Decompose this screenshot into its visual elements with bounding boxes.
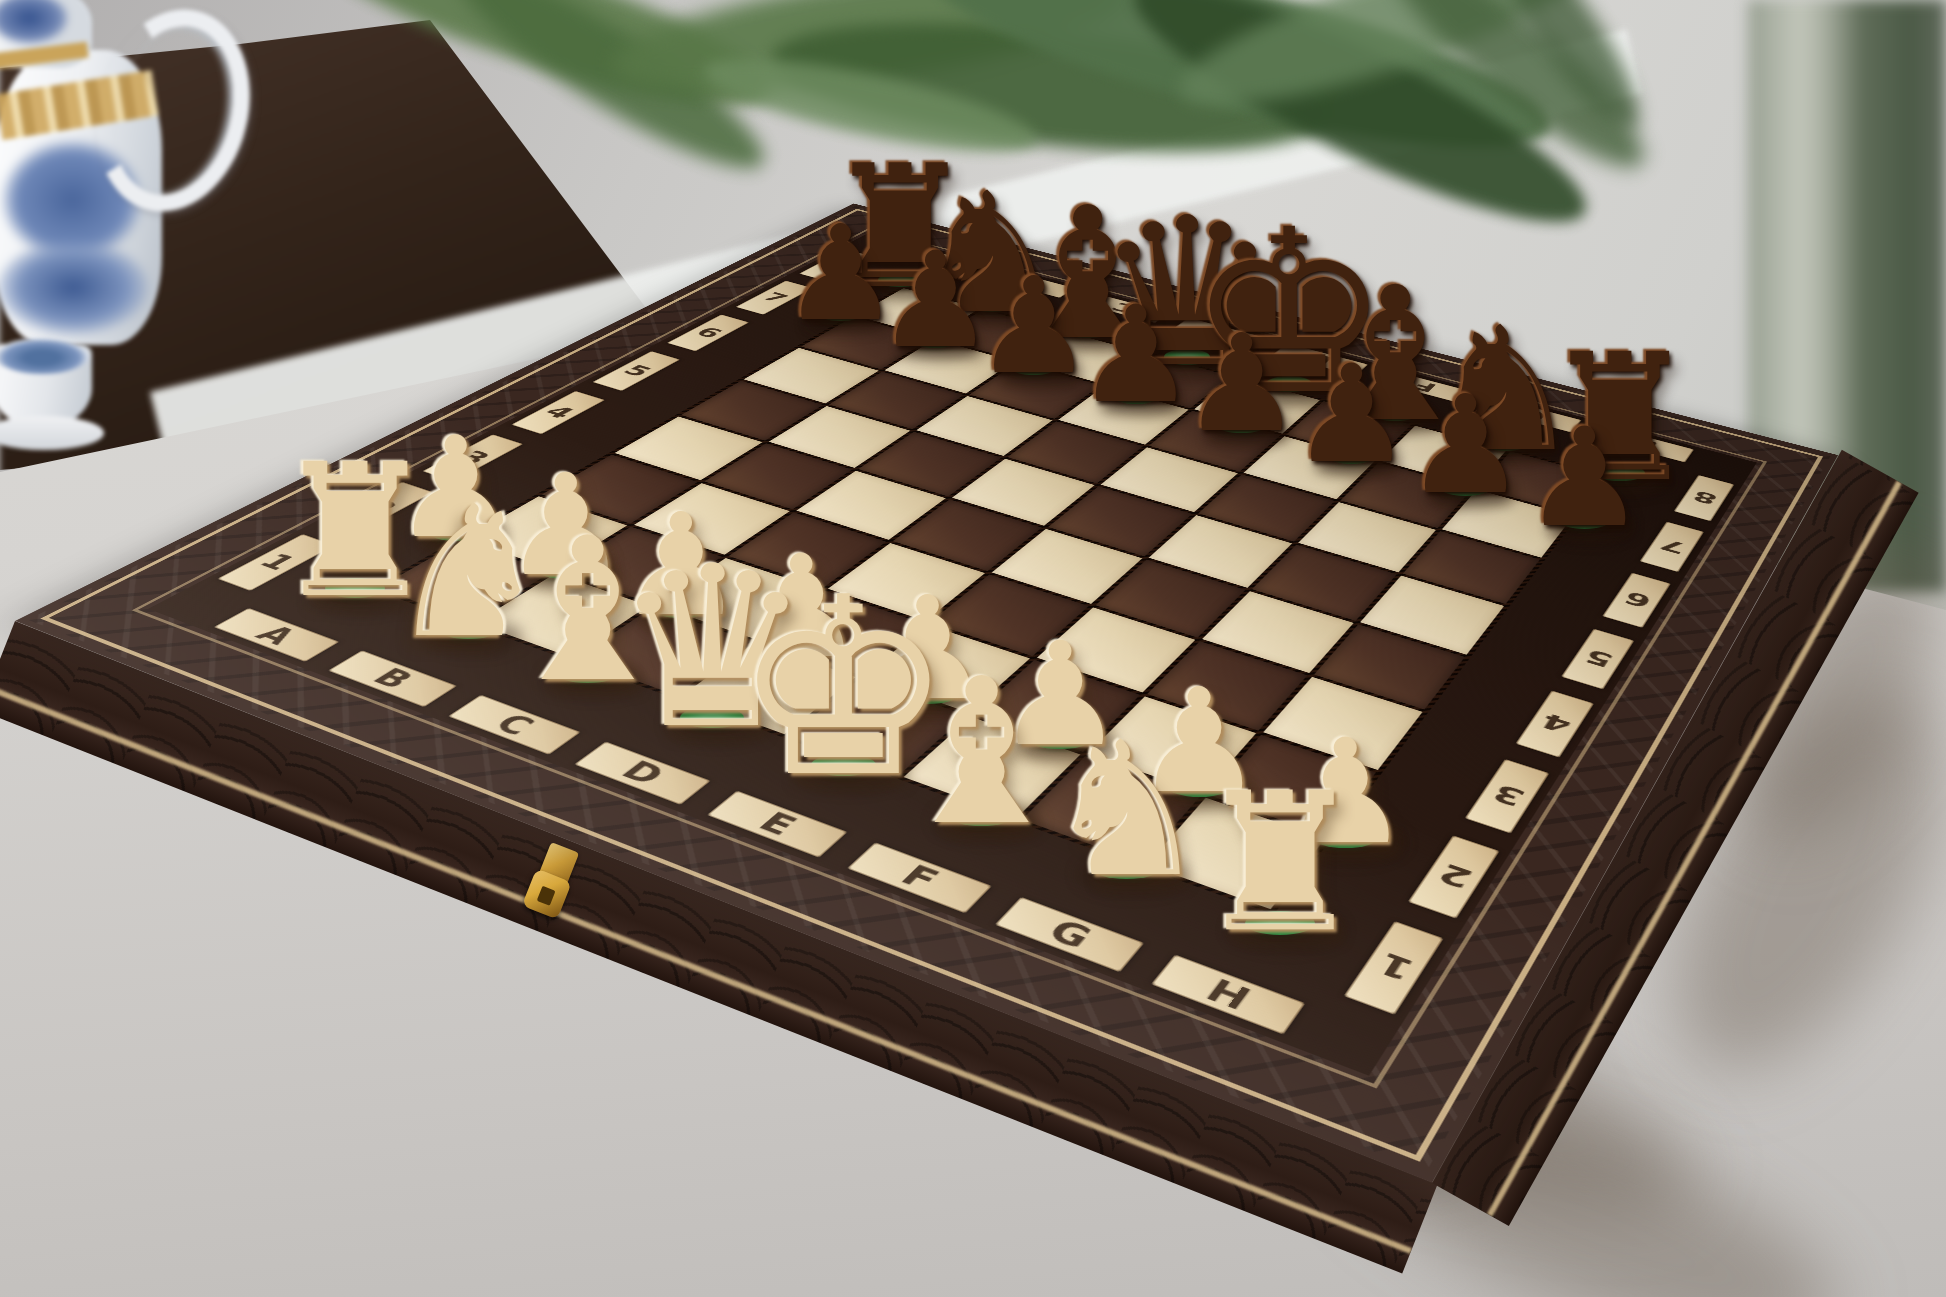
white-knight-g1[interactable]: ♞ — [1043, 717, 1210, 903]
black-pawn-d7[interactable]: ♟ — [1076, 288, 1196, 422]
porcelain-bowl — [0, 338, 100, 448]
black-pawn-g7[interactable]: ♟ — [1405, 378, 1527, 514]
saucer — [0, 416, 104, 450]
photo-scene: 12345678 12345678 ABCDEFGH ABCDEFGH ♜♞♝♟… — [0, 0, 1946, 1297]
white-rook-h1[interactable]: ♜ — [1194, 768, 1365, 959]
black-pawn-h7[interactable]: ♟ — [1523, 410, 1645, 546]
blue-painting — [0, 240, 148, 335]
porcelain-coffee-pot — [0, 0, 268, 360]
black-pawn-f7[interactable]: ♟ — [1291, 347, 1412, 482]
black-pawn-e7[interactable]: ♟ — [1181, 317, 1301, 451]
